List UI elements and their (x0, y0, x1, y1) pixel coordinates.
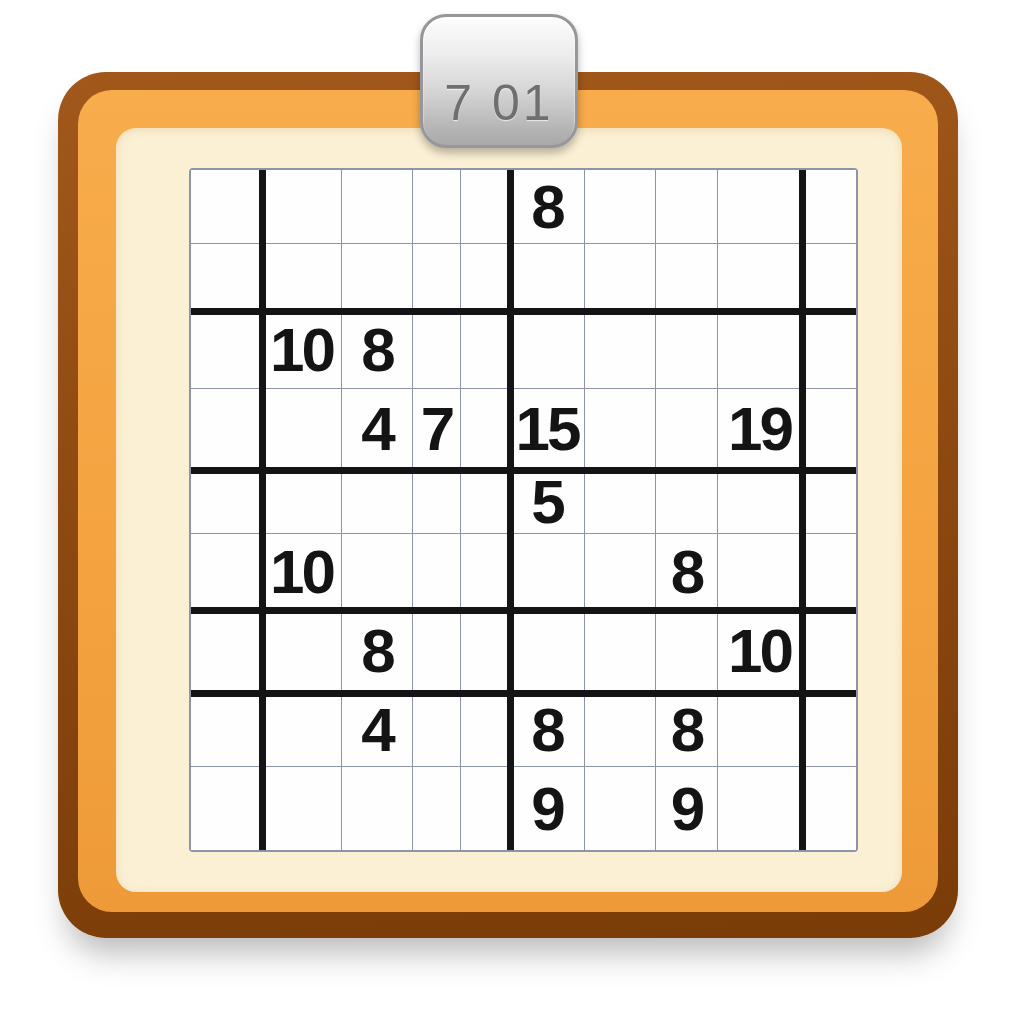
cell-number: 4 (361, 398, 392, 460)
cell-number: 9 (671, 778, 702, 840)
grid-cell[interactable] (461, 389, 510, 470)
grid-cell[interactable] (461, 534, 510, 610)
grid-cell[interactable] (585, 311, 656, 389)
grid-cell[interactable]: 8 (656, 534, 718, 610)
grid-cell[interactable] (191, 311, 262, 389)
grid-cell[interactable]: 10 (718, 610, 802, 693)
grid-cell[interactable]: 5 (510, 470, 585, 534)
grid-cell[interactable] (656, 470, 718, 534)
grid-cell[interactable]: 8 (510, 170, 585, 244)
grid-cell[interactable]: 8 (656, 693, 718, 767)
grid-cell[interactable] (461, 470, 510, 534)
grid-cell[interactable] (802, 693, 856, 767)
grid-cell[interactable] (802, 470, 856, 534)
cell-number: 8 (531, 699, 562, 761)
grid-cell[interactable] (802, 534, 856, 610)
cell-number: 5 (531, 471, 562, 533)
grid-cell[interactable]: 4 (342, 693, 413, 767)
grid-cell[interactable] (802, 311, 856, 389)
grid-cell[interactable] (802, 244, 856, 311)
grid-cell[interactable] (191, 767, 262, 850)
grid-cell[interactable] (718, 693, 802, 767)
grid-cell[interactable] (461, 767, 510, 850)
grid-cell[interactable] (413, 311, 461, 389)
cell-number: 8 (671, 541, 702, 603)
grid-cell[interactable] (461, 311, 510, 389)
grid-cell[interactable] (802, 610, 856, 693)
grid-cell[interactable]: 19 (718, 389, 802, 470)
grid-cell[interactable]: 9 (510, 767, 585, 850)
grid-cell[interactable] (413, 470, 461, 534)
grid-cell[interactable] (461, 244, 510, 311)
grid-cell[interactable] (262, 470, 342, 534)
grid-cell[interactable] (585, 389, 656, 470)
grid-cell[interactable] (585, 693, 656, 767)
grid-cell[interactable] (802, 389, 856, 470)
grid-cell[interactable] (510, 610, 585, 693)
grid-cell[interactable] (413, 170, 461, 244)
grid-cell[interactable] (718, 311, 802, 389)
grid-cell[interactable] (413, 534, 461, 610)
cell-number: 8 (361, 620, 392, 682)
grid-cell[interactable] (718, 244, 802, 311)
cell-number: 8 (671, 699, 702, 761)
cell-number: 19 (728, 398, 791, 460)
grid-cell[interactable]: 8 (510, 693, 585, 767)
grid-cell[interactable]: 7 (413, 389, 461, 470)
grid-cell[interactable] (718, 534, 802, 610)
cell-number: 4 (361, 699, 392, 761)
grid-cell[interactable] (461, 610, 510, 693)
grid-cell[interactable] (656, 244, 718, 311)
grid-cell[interactable] (718, 170, 802, 244)
grid-cell[interactable] (262, 693, 342, 767)
grid-cell[interactable] (342, 470, 413, 534)
grid-cell[interactable]: 10 (262, 311, 342, 389)
grid-cell[interactable] (342, 534, 413, 610)
grid-cell[interactable] (585, 534, 656, 610)
grid-cell[interactable] (413, 610, 461, 693)
grid-cell[interactable]: 10 (262, 534, 342, 610)
grid-cell[interactable] (342, 244, 413, 311)
cell-number: 15 (516, 398, 579, 460)
grid-cell[interactable] (191, 470, 262, 534)
cell-number: 10 (270, 541, 333, 603)
grid-cell[interactable] (191, 610, 262, 693)
grid-cell[interactable] (585, 470, 656, 534)
grid-cell[interactable] (718, 767, 802, 850)
grid-cell[interactable] (191, 389, 262, 470)
grid-cell[interactable] (342, 767, 413, 850)
grid-cell[interactable] (656, 311, 718, 389)
cell-number: 10 (728, 620, 791, 682)
grid-cell[interactable] (656, 170, 718, 244)
grid-cell[interactable] (585, 767, 656, 850)
grid-cell[interactable] (262, 767, 342, 850)
grid-cell[interactable] (656, 389, 718, 470)
grid-cell[interactable] (191, 534, 262, 610)
grid-cell[interactable] (510, 244, 585, 311)
grid-cell[interactable] (585, 610, 656, 693)
grid-cell[interactable] (510, 534, 585, 610)
grid-cell[interactable] (413, 693, 461, 767)
grid-cell[interactable]: 8 (342, 311, 413, 389)
grid-cell[interactable] (413, 767, 461, 850)
grid-cell[interactable]: 4 (342, 389, 413, 470)
grid-cell[interactable] (262, 610, 342, 693)
grid-cell[interactable]: 15 (510, 389, 585, 470)
cell-number: 8 (361, 319, 392, 381)
grid-cell[interactable] (262, 170, 342, 244)
grid-cell[interactable] (191, 244, 262, 311)
grid-cell[interactable]: 9 (656, 767, 718, 850)
grid-cell[interactable] (413, 244, 461, 311)
page-background: 8108471519510881048899 7 01 (0, 0, 1024, 1024)
grid-cell[interactable]: 8 (342, 610, 413, 693)
cell-number: 10 (270, 319, 333, 381)
grid-cell[interactable] (802, 767, 856, 850)
grid-cell[interactable] (585, 244, 656, 311)
grid-cell[interactable] (718, 470, 802, 534)
cell-number: 9 (531, 778, 562, 840)
binder-clip: 7 01 (420, 14, 578, 148)
grid-cell[interactable] (510, 311, 585, 389)
grid-cell[interactable] (461, 170, 510, 244)
grid-cell[interactable] (656, 610, 718, 693)
grid-cell[interactable] (342, 170, 413, 244)
grid-cell[interactable] (461, 693, 510, 767)
grid-cell[interactable] (262, 244, 342, 311)
puzzle-board-frame: 8108471519510881048899 (58, 72, 958, 938)
cell-number: 7 (421, 398, 452, 460)
grid-cell[interactable] (585, 170, 656, 244)
grid-cell[interactable] (191, 693, 262, 767)
grid-cell[interactable] (802, 170, 856, 244)
grid-cell[interactable] (262, 389, 342, 470)
clip-label: 7 01 (444, 74, 553, 132)
cell-number: 8 (531, 176, 562, 238)
grid-cell[interactable] (191, 170, 262, 244)
puzzle-grid: 8108471519510881048899 (189, 168, 858, 852)
